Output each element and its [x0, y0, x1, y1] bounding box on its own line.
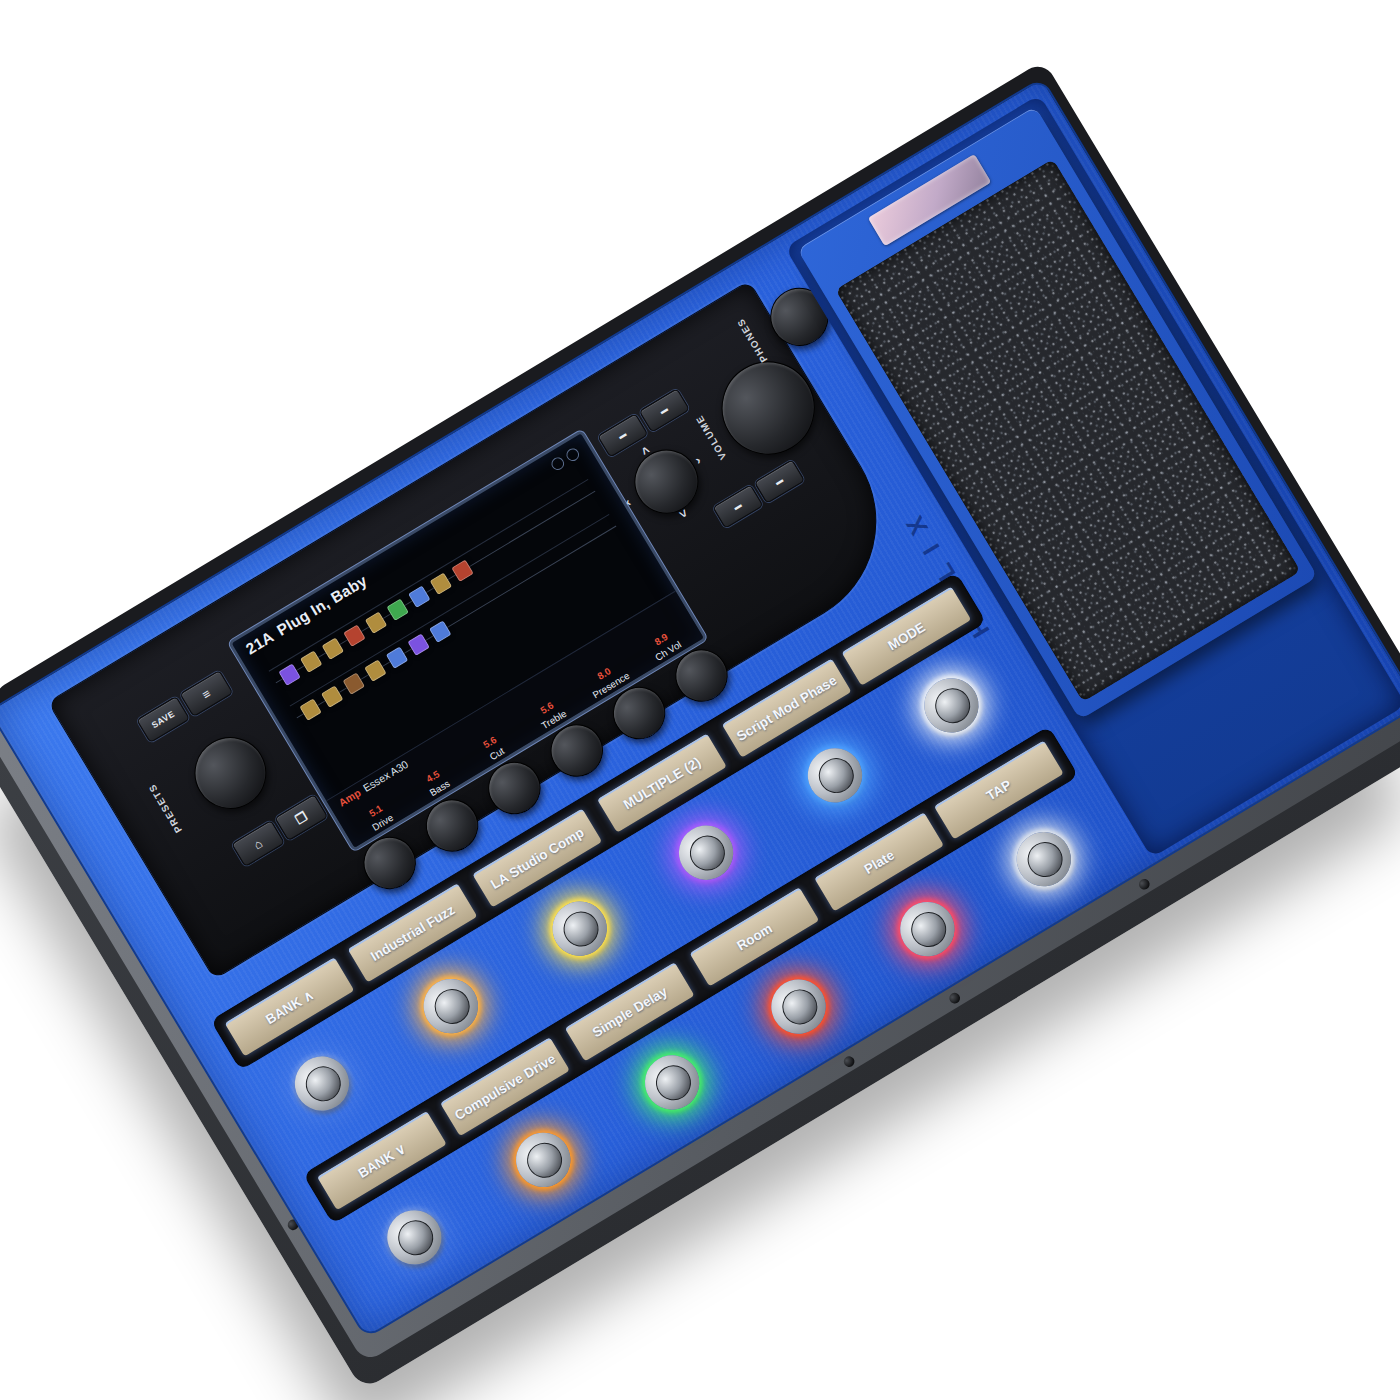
chain-block — [429, 572, 452, 595]
scribble-bank-up: BANK ∧ — [225, 957, 355, 1056]
scribble-industrial-fuzz: Industrial Fuzz — [348, 883, 478, 982]
chain-block — [300, 650, 323, 673]
chain-block — [429, 620, 452, 643]
joystick-right-arrow: › — [693, 453, 703, 466]
footswitch-multiple-2[interactable] — [669, 815, 744, 890]
copy-icon: ❐ — [293, 809, 310, 826]
footswitch-compulsive-drive[interactable] — [506, 1123, 581, 1198]
chain-block — [386, 598, 409, 621]
chain-block — [299, 698, 322, 721]
phones-label: PHONES — [735, 316, 770, 364]
scribble-la-studio-comp: LA Studio Comp — [472, 808, 602, 907]
footswitch-la-studio-comp[interactable] — [542, 891, 617, 966]
scribble-compulsive-drive: Compulsive Drive — [440, 1037, 570, 1136]
scribble-tap: TAP — [934, 740, 1064, 839]
scribble-mode: MODE — [842, 587, 972, 686]
preset-number: 21A — [243, 628, 277, 657]
bar-icon: ▬ — [732, 501, 743, 512]
presets-label: PRESETS — [146, 782, 184, 835]
joystick-down-arrow: ˅ — [677, 507, 690, 522]
chain-block — [321, 685, 344, 708]
side-jack — [842, 1054, 857, 1069]
scribble-plate: Plate — [814, 812, 944, 911]
chain-block — [278, 663, 301, 686]
joystick-knob[interactable] — [623, 438, 711, 526]
output-icon — [564, 446, 581, 463]
chain-block — [321, 637, 344, 660]
bar-icon: ▬ — [774, 476, 785, 487]
input-icon — [549, 455, 566, 472]
chain-block — [364, 611, 387, 634]
joystick-up-arrow: ˄ — [639, 443, 652, 458]
scribble-simple-delay: Simple Delay — [565, 962, 695, 1061]
scribble-bank-down: BANK ∨ — [317, 1111, 447, 1210]
side-jack — [1137, 877, 1152, 892]
home-icon: ⌂ — [251, 836, 264, 851]
footswitch-industrial-fuzz[interactable] — [414, 969, 489, 1044]
chain-block — [342, 672, 365, 695]
chain-block — [385, 646, 408, 669]
chain-block — [343, 624, 366, 647]
footswitch-plate[interactable] — [890, 892, 965, 967]
menu-button[interactable]: ≡ — [179, 670, 233, 717]
chain-block — [364, 659, 387, 682]
footswitch-bank-up[interactable] — [285, 1046, 360, 1121]
save-button[interactable]: SAVE — [136, 696, 190, 743]
chain-block — [408, 585, 431, 608]
footswitch-room[interactable] — [761, 969, 836, 1044]
footswitch-simple-delay[interactable] — [635, 1045, 710, 1120]
menu-icon: ≡ — [200, 686, 213, 701]
action-button[interactable]: ▬ — [639, 388, 690, 433]
copy-button[interactable]: ❐ — [274, 794, 328, 841]
helix-pedalboard: SAVE ≡ PRESETS ⌂ ❐ 21APlug In, Baby — [0, 77, 1400, 1339]
chain-block — [451, 559, 474, 582]
home-button[interactable]: ⌂ — [231, 820, 285, 867]
footswitch-bank-down[interactable] — [377, 1200, 452, 1275]
page-left-button[interactable]: ▬ — [712, 484, 763, 529]
page-right-button[interactable]: ▬ — [754, 459, 805, 504]
footswitch-mode[interactable] — [914, 668, 989, 743]
side-jack — [947, 991, 962, 1006]
scribble-script-mod-phase: Script Mod Phase — [722, 659, 852, 758]
scribble-room: Room — [690, 887, 820, 986]
scribble-multiple-2: MULTIPLE (2) — [597, 733, 727, 832]
footswitch-tap[interactable] — [1007, 822, 1082, 897]
bar-icon: ▬ — [659, 405, 670, 416]
bar-icon: ▬ — [617, 430, 628, 441]
presets-knob[interactable] — [181, 724, 279, 822]
block-type: Amp — [336, 787, 362, 809]
chain-block — [407, 633, 430, 656]
footswitch-script-mod-phase[interactable] — [798, 738, 873, 813]
